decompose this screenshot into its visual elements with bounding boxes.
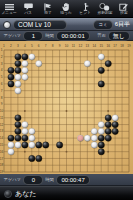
white-stone: [91, 142, 97, 148]
undo-label: 待った: [61, 11, 73, 15]
black-stone: [98, 149, 104, 155]
white-stone: [22, 60, 28, 66]
judge-label: 形勢判定: [97, 11, 112, 15]
black-stone: [98, 81, 104, 87]
black-stone: [15, 60, 21, 66]
col-label: 15: [99, 44, 103, 48]
col-label: 4: [24, 44, 26, 48]
row-label: 8: [1, 96, 3, 100]
hoshi-point: [24, 110, 26, 112]
row-label: 11: [0, 116, 3, 120]
white-time-label: 時間: [46, 33, 55, 38]
row-label: 1: [1, 48, 3, 52]
white-player-bar: COM Lv 10 コミ 6目半: [0, 18, 133, 31]
black-stone: [98, 135, 104, 141]
toolbar: メニュー パス 投了 待った: [0, 0, 133, 18]
row-label: 12: [0, 123, 4, 127]
row-label: 19: [0, 170, 4, 174]
col-label: 14: [93, 44, 97, 48]
hoshi-point: [66, 151, 68, 153]
black-time-value: 00:00:47: [56, 175, 89, 185]
row-label: 2: [1, 55, 3, 59]
white-player-name: COM Lv 10: [13, 20, 67, 30]
black-stone-icon: [4, 190, 12, 198]
resign-button[interactable]: 投了: [38, 0, 57, 17]
hint-button[interactable]: ヒント: [76, 0, 95, 17]
resign-label: 投了: [44, 11, 52, 15]
col-label: 18: [120, 44, 124, 48]
black-stone: [29, 155, 35, 161]
menu-label: メニュー: [2, 11, 17, 15]
komi-label: コミ: [93, 20, 112, 30]
white-stone: [98, 54, 104, 60]
white-stone: [112, 115, 118, 121]
black-stone: [36, 155, 42, 161]
white-time-value: 00:00:01: [56, 31, 89, 41]
white-stone: [91, 128, 97, 134]
row-label: 17: [0, 157, 4, 161]
black-stone: [8, 81, 14, 87]
white-stone: [84, 135, 90, 141]
black-stone: [22, 54, 28, 60]
hoshi-point: [24, 151, 26, 153]
col-label: 8: [52, 44, 54, 48]
black-captures-value: 0: [23, 175, 43, 185]
white-stone: [98, 121, 104, 127]
hoshi-point: [107, 110, 109, 112]
white-stone: [29, 128, 35, 134]
row-label: 15: [0, 143, 4, 147]
black-stone: [22, 135, 28, 141]
white-captures-label: アゲハマ: [3, 33, 21, 38]
black-stone: [98, 67, 104, 73]
black-stone: [36, 142, 42, 148]
judge-button[interactable]: 形勢判定: [95, 0, 114, 17]
white-stone: [8, 149, 14, 155]
black-stats-row: アゲハマ 0 時間 00:00:47: [0, 174, 133, 186]
col-label: 19: [127, 44, 131, 48]
white-stats-row: アゲハマ 1 時間 00:00:01 置石 無し: [0, 31, 133, 41]
black-stone: [105, 128, 111, 134]
black-stone: [43, 142, 49, 148]
white-stone: [15, 142, 21, 148]
col-label: 16: [106, 44, 110, 48]
row-label: 7: [1, 89, 3, 93]
white-stone: [22, 121, 28, 127]
black-stone: [15, 128, 21, 134]
white-stone: [36, 60, 42, 66]
row-label: 18: [0, 163, 4, 167]
black-time-label: 時間: [46, 177, 55, 182]
handicap-value: 無し: [108, 31, 130, 41]
col-label: 10: [65, 44, 69, 48]
col-label: 12: [79, 44, 83, 48]
hoshi-point: [107, 69, 109, 71]
black-stone: [15, 121, 21, 127]
white-stone: [91, 135, 97, 141]
go-board-svg: 1122334455667788991010111112121313141415…: [0, 41, 133, 174]
col-label: 1: [3, 44, 5, 48]
col-label: 7: [45, 44, 47, 48]
pass-label: パス: [25, 11, 33, 15]
col-label: 5: [31, 44, 33, 48]
go-board[interactable]: 1122334455667788991010111112121313141415…: [0, 41, 133, 174]
white-stone: [15, 88, 21, 94]
col-label: 2: [10, 44, 12, 48]
hoshi-point: [107, 151, 109, 153]
white-stone: [29, 135, 35, 141]
col-label: 6: [38, 44, 40, 48]
black-stone: [15, 135, 21, 141]
white-captures-value: 1: [23, 31, 43, 41]
row-label: 4: [1, 68, 3, 72]
menu-button[interactable]: メニュー: [0, 0, 19, 17]
white-stone: [29, 54, 35, 60]
white-stone: [8, 142, 14, 148]
row-label: 14: [0, 136, 4, 140]
white-stone: [29, 142, 35, 148]
col-label: 13: [86, 44, 90, 48]
hoshi-point: [66, 110, 68, 112]
white-stone-icon: [3, 21, 11, 29]
black-stone: [105, 135, 111, 141]
black-stone: [105, 60, 111, 66]
row-label: 16: [0, 150, 4, 154]
col-label: 17: [113, 44, 117, 48]
black-stone: [8, 74, 14, 80]
white-stone: [84, 60, 90, 66]
white-stone: [22, 74, 28, 80]
row-label: 13: [0, 129, 4, 133]
col-label: 3: [17, 44, 19, 48]
row-label: 10: [0, 109, 4, 113]
undo-button[interactable]: 待った: [57, 0, 76, 17]
black-stone: [15, 67, 21, 73]
black-stone: [105, 115, 111, 121]
black-stone: [22, 142, 28, 148]
settings-label: 設定: [120, 11, 128, 15]
row-label: 5: [1, 75, 3, 79]
black-stone: [8, 67, 14, 73]
komi-value: 6目半: [115, 20, 130, 29]
black-stone: [105, 121, 111, 127]
black-stone: [98, 142, 104, 148]
hoshi-point: [66, 69, 68, 71]
black-stone: [8, 135, 14, 141]
col-label: 9: [59, 44, 61, 48]
white-stone: [15, 81, 21, 87]
white-stone: [15, 74, 21, 80]
row-label: 3: [1, 62, 3, 66]
white-stone: [22, 128, 28, 134]
black-player-name: あなた: [15, 189, 37, 199]
col-label: 11: [72, 44, 76, 48]
hint-label: ヒント: [80, 11, 92, 15]
black-stone: [112, 121, 118, 127]
black-stone: [15, 54, 21, 60]
black-stone: [56, 142, 62, 148]
black-captures-label: アゲハマ: [3, 177, 21, 182]
pass-button[interactable]: パス: [19, 0, 38, 17]
black-stone: [15, 115, 21, 121]
white-stone: [22, 67, 28, 73]
row-label: 9: [1, 102, 3, 106]
row-label: 6: [1, 82, 3, 86]
handicap-label: 置石: [97, 33, 106, 38]
go-app-window: メニュー パス 投了 待った: [0, 0, 133, 200]
white-stone: [98, 128, 104, 134]
last-move-marker: [78, 135, 84, 141]
settings-button[interactable]: 設定: [114, 0, 133, 17]
black-player-bar: あなた: [0, 186, 133, 200]
black-stone: [112, 128, 118, 134]
